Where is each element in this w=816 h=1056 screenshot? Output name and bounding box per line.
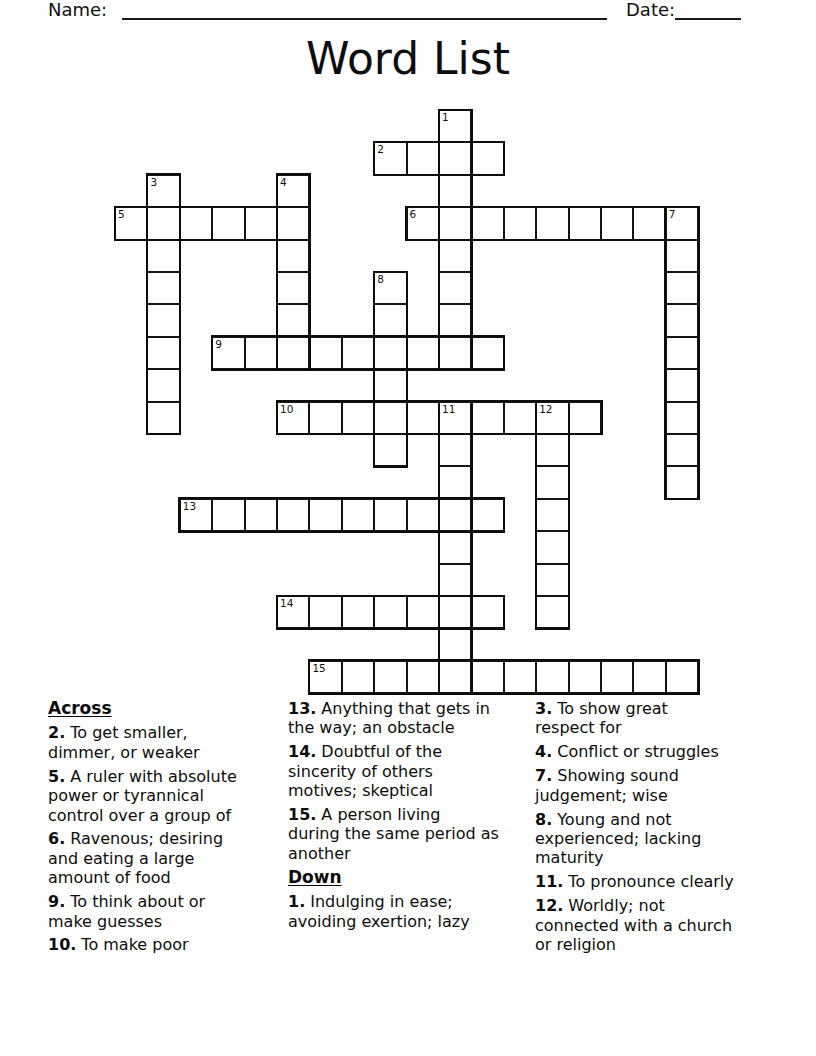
date-label: Date: — [626, 0, 675, 20]
grid-cell-r15c6[interactable] — [308, 595, 342, 629]
clue-heading-across: Across — [48, 699, 286, 718]
grid-cell-r12c4[interactable] — [244, 498, 278, 532]
clue-text: Showing sound judgement; wise — [535, 766, 679, 804]
crossword-grid: 123456789101112131415 — [115, 110, 699, 694]
grid-cell-r12c13[interactable] — [535, 498, 569, 532]
grid-cell-r6c1[interactable] — [146, 303, 180, 337]
grid-cell-r2c5[interactable] — [276, 174, 310, 208]
grid-cell-r0c10[interactable] — [438, 109, 472, 143]
grid-cell-r11c10[interactable] — [438, 465, 472, 499]
grid-cell-r5c1[interactable] — [146, 271, 180, 305]
grid-cell-r6c10[interactable] — [438, 303, 472, 337]
clue-number: 9. — [48, 892, 65, 911]
grid-cell-r3c16[interactable] — [632, 206, 666, 240]
grid-cell-r4c10[interactable] — [438, 239, 472, 273]
grid-cell-r3c5[interactable] — [276, 206, 310, 240]
grid-cell-r13c10[interactable] — [438, 530, 472, 564]
grid-cell-r5c8[interactable] — [373, 271, 407, 305]
clues-column-middle: 13.Anything that gets in the way; an obs… — [288, 699, 540, 935]
clue-number: 8. — [535, 810, 552, 829]
clue-text: To make poor — [81, 935, 188, 954]
grid-cell-r9c5[interactable] — [276, 401, 310, 435]
grid-cell-r15c9[interactable] — [406, 595, 440, 629]
clue-item-6: 6.Ravenous; desiring and eating a large … — [48, 829, 286, 887]
grid-cell-r7c6[interactable] — [308, 336, 342, 370]
grid-cell-r6c17[interactable] — [665, 303, 699, 337]
name-blank-line — [122, 18, 607, 20]
grid-cell-r15c13[interactable] — [535, 595, 569, 629]
grid-cell-r17c10[interactable] — [438, 660, 472, 694]
clue-number: 15. — [288, 805, 316, 824]
grid-cell-r3c12[interactable] — [503, 206, 537, 240]
grid-cell-r2c1[interactable] — [146, 174, 180, 208]
clue-number: 1. — [288, 892, 305, 911]
grid-cell-r15c10[interactable] — [438, 595, 472, 629]
grid-cell-r10c17[interactable] — [665, 433, 699, 467]
clue-text: To show great respect for — [535, 699, 668, 737]
grid-cell-r17c17[interactable] — [665, 660, 699, 694]
grid-cell-r12c7[interactable] — [341, 498, 375, 532]
clue-number: 2. — [48, 723, 65, 742]
grid-cell-r15c7[interactable] — [341, 595, 375, 629]
grid-cell-r7c9[interactable] — [406, 336, 440, 370]
grid-cell-r4c5[interactable] — [276, 239, 310, 273]
clue-number: 5. — [48, 767, 65, 786]
clue-number: 7. — [535, 766, 552, 785]
grid-cell-r17c15[interactable] — [600, 660, 634, 694]
clue-item-11: 11.To pronounce clearly — [535, 872, 791, 891]
grid-cell-r12c10[interactable] — [438, 498, 472, 532]
grid-cell-r9c9[interactable] — [406, 401, 440, 435]
grid-cell-r8c1[interactable] — [146, 368, 180, 402]
clue-item-12: 12.Worldly; not connected with a church … — [535, 896, 791, 954]
grid-cell-r7c5[interactable] — [276, 336, 310, 370]
grid-cell-r17c7[interactable] — [341, 660, 375, 694]
grid-cell-r9c13[interactable] — [535, 401, 569, 435]
grid-cell-r3c11[interactable] — [470, 206, 504, 240]
grid-cell-r9c17[interactable] — [665, 401, 699, 435]
grid-cell-r15c5[interactable] — [276, 595, 310, 629]
grid-cell-r17c11[interactable] — [470, 660, 504, 694]
clue-text: A ruler with absolute power or tyrannica… — [48, 767, 237, 825]
grid-cell-r3c15[interactable] — [600, 206, 634, 240]
grid-cell-r3c9[interactable] — [406, 206, 440, 240]
grid-cell-r7c10[interactable] — [438, 336, 472, 370]
grid-cell-r7c3[interactable] — [211, 336, 245, 370]
clue-item-9: 9.To think about or make guesses — [48, 892, 286, 931]
grid-cell-r5c5[interactable] — [276, 271, 310, 305]
grid-cell-r3c3[interactable] — [211, 206, 245, 240]
clue-number: 11. — [535, 872, 563, 891]
grid-cell-r17c16[interactable] — [632, 660, 666, 694]
grid-cell-r12c11[interactable] — [470, 498, 504, 532]
clue-item-7: 7.Showing sound judgement; wise — [535, 766, 791, 805]
grid-cell-r14c13[interactable] — [535, 563, 569, 597]
clue-text: Young and not experienced; lacking matur… — [535, 810, 701, 868]
grid-cell-r12c6[interactable] — [308, 498, 342, 532]
grid-cell-r3c13[interactable] — [535, 206, 569, 240]
clue-number: 6. — [48, 829, 65, 848]
grid-cell-r17c6[interactable] — [308, 660, 342, 694]
clue-item-8: 8.Young and not experienced; lacking mat… — [535, 810, 791, 868]
grid-cell-r10c13[interactable] — [535, 433, 569, 467]
grid-cell-r3c0[interactable] — [114, 206, 148, 240]
grid-cell-r5c10[interactable] — [438, 271, 472, 305]
grid-cell-r7c7[interactable] — [341, 336, 375, 370]
grid-cell-r8c17[interactable] — [665, 368, 699, 402]
grid-cell-r9c8[interactable] — [373, 401, 407, 435]
clue-text: Anything that gets in the way; an obstac… — [288, 699, 490, 737]
grid-cell-r17c8[interactable] — [373, 660, 407, 694]
clue-text: To pronounce clearly — [568, 872, 733, 891]
clue-text: Indulging in ease; avoiding exertion; la… — [288, 892, 470, 930]
grid-cell-r3c10[interactable] — [438, 206, 472, 240]
grid-cell-r6c5[interactable] — [276, 303, 310, 337]
grid-cell-r2c10[interactable] — [438, 174, 472, 208]
clue-number: 4. — [535, 742, 552, 761]
grid-cell-r9c7[interactable] — [341, 401, 375, 435]
worksheet-page: Name: Date: Word List 123456789101112131… — [0, 0, 816, 1056]
grid-cell-r12c2[interactable] — [179, 498, 213, 532]
grid-cell-r12c8[interactable] — [373, 498, 407, 532]
grid-cell-r1c11[interactable] — [470, 141, 504, 175]
grid-cell-r9c12[interactable] — [503, 401, 537, 435]
clue-heading-down: Down — [288, 868, 540, 887]
clue-item-10: 10.To make poor — [48, 935, 286, 954]
grid-cell-r3c14[interactable] — [568, 206, 602, 240]
clues-column-across: Across2.To get smaller, dimmer, or weake… — [48, 699, 286, 959]
grid-cell-r15c8[interactable] — [373, 595, 407, 629]
grid-cell-r3c2[interactable] — [179, 206, 213, 240]
clue-item-3: 3.To show great respect for — [535, 699, 791, 738]
clue-item-14: 14.Doubtful of the sincerity of others m… — [288, 742, 540, 800]
grid-cell-r10c8[interactable] — [373, 433, 407, 467]
grid-cell-r14c10[interactable] — [438, 563, 472, 597]
grid-cell-r6c8[interactable] — [373, 303, 407, 337]
grid-cell-r1c8[interactable] — [373, 141, 407, 175]
clue-number: 14. — [288, 742, 316, 761]
clue-item-5: 5.A ruler with absolute power or tyranni… — [48, 767, 286, 825]
grid-cell-r12c5[interactable] — [276, 498, 310, 532]
grid-cell-r9c6[interactable] — [308, 401, 342, 435]
grid-cell-r7c11[interactable] — [470, 336, 504, 370]
grid-cell-r15c11[interactable] — [470, 595, 504, 629]
grid-cell-r8c8[interactable] — [373, 368, 407, 402]
grid-cell-r17c13[interactable] — [535, 660, 569, 694]
clue-text: To get smaller, dimmer, or weaker — [48, 723, 200, 761]
clue-text: To think about or make guesses — [48, 892, 205, 930]
grid-cell-r7c17[interactable] — [665, 336, 699, 370]
grid-cell-r3c4[interactable] — [244, 206, 278, 240]
clue-text: Conflict or struggles — [557, 742, 719, 761]
clues-column-down: 3.To show great respect for4.Conflict or… — [535, 699, 791, 959]
clue-number: 13. — [288, 699, 316, 718]
grid-cell-r5c17[interactable] — [665, 271, 699, 305]
grid-cell-r11c17[interactable] — [665, 465, 699, 499]
grid-cell-r7c1[interactable] — [146, 336, 180, 370]
grid-cell-r17c12[interactable] — [503, 660, 537, 694]
grid-cell-r9c14[interactable] — [568, 401, 602, 435]
grid-cell-r4c1[interactable] — [146, 239, 180, 273]
grid-cell-r9c11[interactable] — [470, 401, 504, 435]
grid-cell-r7c4[interactable] — [244, 336, 278, 370]
clue-number: 3. — [535, 699, 552, 718]
grid-cell-r1c10[interactable] — [438, 141, 472, 175]
grid-cell-r10c10[interactable] — [438, 433, 472, 467]
date-blank-line — [675, 18, 741, 20]
clue-item-4: 4.Conflict or struggles — [535, 742, 791, 761]
grid-cell-r7c8[interactable] — [373, 336, 407, 370]
grid-cell-r9c10[interactable] — [438, 401, 472, 435]
clue-item-1: 1.Indulging in ease; avoiding exertion; … — [288, 892, 540, 931]
grid-cell-r3c1[interactable] — [146, 206, 180, 240]
grid-cell-r3c17[interactable] — [665, 206, 699, 240]
clue-text: Worldly; not connected with a church or … — [535, 896, 732, 954]
grid-cell-r9c1[interactable] — [146, 401, 180, 435]
grid-cell-r17c14[interactable] — [568, 660, 602, 694]
clue-item-13: 13.Anything that gets in the way; an obs… — [288, 699, 540, 738]
grid-cell-r1c9[interactable] — [406, 141, 440, 175]
clue-text: A person living during the same period a… — [288, 805, 499, 863]
clue-item-2: 2.To get smaller, dimmer, or weaker — [48, 723, 286, 762]
grid-cell-r16c10[interactable] — [438, 627, 472, 661]
grid-cell-r11c13[interactable] — [535, 465, 569, 499]
clue-text: Ravenous; desiring and eating a large am… — [48, 829, 223, 887]
grid-cell-r12c3[interactable] — [211, 498, 245, 532]
name-label: Name: — [48, 0, 107, 20]
grid-cell-r4c17[interactable] — [665, 239, 699, 273]
grid-cell-r17c9[interactable] — [406, 660, 440, 694]
clue-item-15: 15.A person living during the same perio… — [288, 805, 540, 863]
puzzle-title: Word List — [0, 34, 816, 84]
grid-cell-r12c9[interactable] — [406, 498, 440, 532]
grid-cell-r13c13[interactable] — [535, 530, 569, 564]
clue-number: 12. — [535, 896, 563, 915]
clue-number: 10. — [48, 935, 76, 954]
